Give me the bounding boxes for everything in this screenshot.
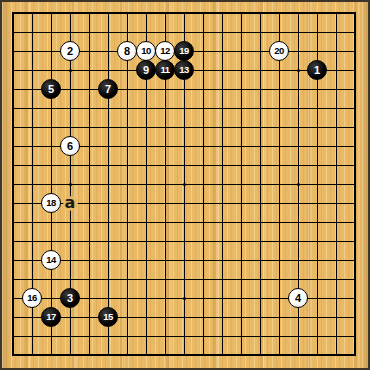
stone-white-4-Q4[interactable]: 4 xyxy=(288,288,308,308)
stone-white-14-C6[interactable]: 14 xyxy=(41,250,61,270)
stone-white-10-H17[interactable]: 10 xyxy=(136,41,156,61)
stone-black-1-R16[interactable]: 1 xyxy=(307,60,327,80)
stone-black-19-K17[interactable]: 19 xyxy=(174,41,194,61)
stone-black-7-F15[interactable]: 7 xyxy=(98,79,118,99)
stone-white-6-D12[interactable]: 6 xyxy=(60,136,80,156)
stone-white-18-C9[interactable]: 18 xyxy=(41,193,61,213)
stone-white-16-B4[interactable]: 16 xyxy=(22,288,42,308)
point-label-a-D9[interactable]: a xyxy=(61,194,80,213)
stone-black-5-C15[interactable]: 5 xyxy=(41,79,61,99)
stone-black-11-J16[interactable]: 11 xyxy=(155,60,175,80)
stone-white-20-P17[interactable]: 20 xyxy=(269,41,289,61)
stones-grid: 1234567891011121314151617181920a xyxy=(4,4,365,365)
stone-black-17-C3[interactable]: 17 xyxy=(41,307,61,327)
stone-white-12-J17[interactable]: 12 xyxy=(155,41,175,61)
stone-black-13-K16[interactable]: 13 xyxy=(174,60,194,80)
stone-black-9-H16[interactable]: 9 xyxy=(136,60,156,80)
stone-white-2-D17[interactable]: 2 xyxy=(60,41,80,61)
go-board[interactable]: 1234567891011121314151617181920a xyxy=(0,0,370,370)
stone-black-15-F3[interactable]: 15 xyxy=(98,307,118,327)
stone-white-8-G17[interactable]: 8 xyxy=(117,41,137,61)
stone-black-3-D4[interactable]: 3 xyxy=(60,288,80,308)
